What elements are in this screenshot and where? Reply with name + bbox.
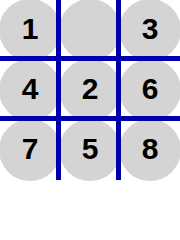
- tile-3-circle: 3: [119, 0, 180, 61]
- tile-7[interactable]: 7: [0, 120, 60, 180]
- grid-line-horizontal-upper: [0, 56, 180, 61]
- grid-line-vertical-left: [56, 0, 61, 180]
- tile-6-circle: 6: [119, 59, 180, 121]
- tile-1-circle: 1: [0, 0, 61, 61]
- tile-8[interactable]: 8: [120, 120, 180, 180]
- tile-8-label: 8: [142, 134, 159, 164]
- tile-2-label: 2: [82, 74, 99, 104]
- empty-footer-area: [0, 180, 180, 240]
- tile-1-label: 1: [22, 14, 39, 44]
- grid-line-horizontal-lower: [0, 116, 180, 121]
- tile-5-circle: 5: [59, 119, 121, 181]
- tile-4[interactable]: 4: [0, 60, 60, 120]
- tile-2[interactable]: 2: [60, 60, 120, 120]
- tile-5[interactable]: 5: [60, 120, 120, 180]
- tile-8-circle: 8: [119, 119, 180, 181]
- tile-4-circle: 4: [0, 59, 61, 121]
- tile-7-circle: 7: [0, 119, 61, 181]
- tile-7-label: 7: [22, 134, 39, 164]
- tile-4-label: 4: [22, 74, 39, 104]
- tile-6[interactable]: 6: [120, 60, 180, 120]
- tile-1[interactable]: 1: [0, 0, 60, 60]
- tile-3[interactable]: 3: [120, 0, 180, 60]
- tile-2-circle: 2: [59, 59, 121, 121]
- grid-line-vertical-right: [116, 0, 121, 180]
- puzzle-board: 1 3 4 2 6: [0, 0, 180, 180]
- tile-grid: 1 3 4 2 6: [0, 0, 180, 180]
- tile-5-label: 5: [82, 134, 99, 164]
- tile-6-label: 6: [142, 74, 159, 104]
- tile-blank: [60, 0, 120, 60]
- tile-blank-circle: [59, 0, 121, 61]
- tile-3-label: 3: [142, 14, 159, 44]
